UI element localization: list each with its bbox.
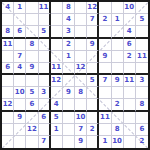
sudoku-board: 4111812104721586534118296719211649111212… — [0, 0, 150, 150]
cell-r4c10[interactable] — [112, 39, 124, 51]
cell-r1c9[interactable] — [99, 2, 111, 14]
cell-r4c9[interactable] — [99, 39, 111, 51]
cell-r11c12[interactable]: 6 — [136, 124, 148, 136]
cell-r8c3[interactable]: 5 — [26, 87, 38, 99]
cell-r1c10[interactable] — [112, 2, 124, 14]
cell-r7c3[interactable] — [26, 75, 38, 87]
cell-r2c10[interactable]: 1 — [112, 14, 124, 26]
cell-r5c9[interactable]: 9 — [99, 51, 111, 63]
cell-r9c5[interactable]: 4 — [51, 99, 63, 111]
cell-r5c6[interactable]: 1 — [63, 51, 75, 63]
cell-r3c5[interactable] — [51, 26, 63, 38]
cell-r4c3[interactable]: 8 — [26, 39, 38, 51]
cell-r7c2[interactable] — [14, 75, 26, 87]
cell-r11c3[interactable]: 12 — [26, 124, 38, 136]
cell-r5c11[interactable]: 2 — [124, 51, 136, 63]
cell-r1c4[interactable]: 11 — [39, 2, 51, 14]
cell-r11c5[interactable]: 1 — [51, 124, 63, 136]
cell-r6c10[interactable] — [112, 63, 124, 75]
cell-r8c2[interactable]: 10 — [14, 87, 26, 99]
cell-r12c5[interactable] — [51, 136, 63, 148]
cell-r3c3[interactable] — [26, 26, 38, 38]
cell-r9c10[interactable]: 2 — [112, 99, 124, 111]
cell-r6c2[interactable]: 4 — [14, 63, 26, 75]
cell-r12c2[interactable] — [14, 136, 26, 148]
cell-r11c2[interactable] — [14, 124, 26, 136]
cell-r12c11[interactable] — [124, 136, 136, 148]
cell-r1c3[interactable] — [26, 2, 38, 14]
cell-r8c9[interactable] — [99, 87, 111, 99]
cell-r6c4[interactable] — [39, 63, 51, 75]
cell-r6c6[interactable] — [63, 63, 75, 75]
cell-r1c12[interactable] — [136, 2, 148, 14]
cell-r9c4[interactable] — [39, 99, 51, 111]
cell-r5c8[interactable] — [87, 51, 99, 63]
cell-r4c2[interactable] — [14, 39, 26, 51]
cell-r11c1[interactable] — [2, 124, 14, 136]
cell-r9c2[interactable] — [14, 99, 26, 111]
cell-r7c9[interactable]: 7 — [99, 75, 111, 87]
cell-r1c6[interactable]: 8 — [63, 2, 75, 14]
cell-r10c1[interactable] — [2, 112, 14, 124]
cell-r2c8[interactable]: 7 — [87, 14, 99, 26]
cell-r10c7[interactable]: 10 — [75, 112, 87, 124]
cell-r2c7[interactable] — [75, 14, 87, 26]
cell-r12c10[interactable]: 10 — [112, 136, 124, 148]
cell-r6c9[interactable] — [99, 63, 111, 75]
cell-r12c3[interactable] — [26, 136, 38, 148]
cell-r10c5[interactable]: 5 — [51, 112, 63, 124]
cell-r12c8[interactable] — [87, 136, 99, 148]
cell-r2c9[interactable]: 2 — [99, 14, 111, 26]
cell-r6c3[interactable]: 9 — [26, 63, 38, 75]
cell-r7c6[interactable] — [63, 75, 75, 87]
cell-r2c12[interactable]: 5 — [136, 14, 148, 26]
cell-r7c5[interactable]: 12 — [51, 75, 63, 87]
cell-r2c4[interactable] — [39, 14, 51, 26]
cell-r10c10[interactable] — [112, 112, 124, 124]
cell-r1c2[interactable]: 1 — [14, 2, 26, 14]
cell-r8c5[interactable] — [51, 87, 63, 99]
cell-r9c12[interactable]: 8 — [136, 99, 148, 111]
cell-r4c11[interactable]: 6 — [124, 39, 136, 51]
cell-r6c5[interactable]: 11 — [51, 63, 63, 75]
cell-r10c8[interactable] — [87, 112, 99, 124]
cell-r9c8[interactable] — [87, 99, 99, 111]
cell-r5c5[interactable] — [51, 51, 63, 63]
cell-r7c7[interactable] — [75, 75, 87, 87]
cell-r10c12[interactable] — [136, 112, 148, 124]
cell-r1c7[interactable] — [75, 2, 87, 14]
cell-r4c7[interactable] — [75, 39, 87, 51]
cell-r5c12[interactable]: 11 — [136, 51, 148, 63]
cell-r7c12[interactable]: 3 — [136, 75, 148, 87]
cell-r6c8[interactable] — [87, 63, 99, 75]
cell-r7c11[interactable]: 11 — [124, 75, 136, 87]
sudoku-grid: 4111812104721586534118296719211649111212… — [2, 2, 148, 148]
cell-r10c3[interactable] — [26, 112, 38, 124]
cell-r3c8[interactable] — [87, 26, 99, 38]
cell-r12c1[interactable] — [2, 136, 14, 148]
cell-r4c6[interactable]: 2 — [63, 39, 75, 51]
cell-r11c10[interactable]: 8 — [112, 124, 124, 136]
cell-r6c11[interactable] — [124, 63, 136, 75]
cell-r9c3[interactable]: 6 — [26, 99, 38, 111]
cell-r3c6[interactable]: 3 — [63, 26, 75, 38]
cell-r2c1[interactable] — [2, 14, 14, 26]
cell-r3c10[interactable] — [112, 26, 124, 38]
cell-r11c11[interactable] — [124, 124, 136, 136]
cell-r8c7[interactable]: 8 — [75, 87, 87, 99]
cell-r11c9[interactable] — [99, 124, 111, 136]
cell-r4c12[interactable] — [136, 39, 148, 51]
cell-r3c12[interactable] — [136, 26, 148, 38]
cell-r10c4[interactable]: 6 — [39, 112, 51, 124]
cell-r5c10[interactable] — [112, 51, 124, 63]
cell-r7c4[interactable] — [39, 75, 51, 87]
cell-r11c4[interactable] — [39, 124, 51, 136]
cell-r2c6[interactable]: 4 — [63, 14, 75, 26]
cell-r8c6[interactable]: 9 — [63, 87, 75, 99]
cell-r10c9[interactable]: 11 — [99, 112, 111, 124]
cell-r11c7[interactable]: 7 — [75, 124, 87, 136]
cell-r8c11[interactable] — [124, 87, 136, 99]
cell-r8c1[interactable] — [2, 87, 14, 99]
cell-r6c7[interactable]: 12 — [75, 63, 87, 75]
cell-r5c2[interactable]: 7 — [14, 51, 26, 63]
cell-r9c1[interactable]: 12 — [2, 99, 14, 111]
cell-r8c4[interactable]: 3 — [39, 87, 51, 99]
cell-r4c4[interactable] — [39, 39, 51, 51]
cell-r10c6[interactable] — [63, 112, 75, 124]
cell-r12c6[interactable] — [63, 136, 75, 148]
cell-r3c7[interactable] — [75, 26, 87, 38]
cell-r7c8[interactable]: 5 — [87, 75, 99, 87]
cell-r5c1[interactable] — [2, 51, 14, 63]
cell-r10c2[interactable]: 9 — [14, 112, 26, 124]
cell-r8c12[interactable] — [136, 87, 148, 99]
cell-r12c7[interactable]: 9 — [75, 136, 87, 148]
cell-r10c11[interactable] — [124, 112, 136, 124]
cell-r9c11[interactable] — [124, 99, 136, 111]
cell-r8c8[interactable] — [87, 87, 99, 99]
cell-r12c4[interactable]: 7 — [39, 136, 51, 148]
cell-r1c11[interactable]: 10 — [124, 2, 136, 14]
cell-r3c9[interactable] — [99, 26, 111, 38]
cell-r9c6[interactable] — [63, 99, 75, 111]
cell-r1c5[interactable] — [51, 2, 63, 14]
cell-r9c7[interactable] — [75, 99, 87, 111]
cell-r3c11[interactable]: 4 — [124, 26, 136, 38]
cell-r4c8[interactable]: 9 — [87, 39, 99, 51]
cell-r2c3[interactable] — [26, 14, 38, 26]
cell-r3c1[interactable]: 8 — [2, 26, 14, 38]
cell-r2c5[interactable] — [51, 14, 63, 26]
cell-r11c8[interactable]: 2 — [87, 124, 99, 136]
cell-r6c1[interactable]: 6 — [2, 63, 14, 75]
cell-r9c9[interactable] — [99, 99, 111, 111]
cell-r3c2[interactable]: 6 — [14, 26, 26, 38]
cell-r5c7[interactable] — [75, 51, 87, 63]
cell-r2c2[interactable] — [14, 14, 26, 26]
cell-r6c12[interactable] — [136, 63, 148, 75]
cell-r12c12[interactable]: 2 — [136, 136, 148, 148]
cell-r12c9[interactable]: 1 — [99, 136, 111, 148]
cell-r1c1[interactable]: 4 — [2, 2, 14, 14]
cell-r11c6[interactable] — [63, 124, 75, 136]
cell-r1c8[interactable]: 12 — [87, 2, 99, 14]
cell-r7c1[interactable] — [2, 75, 14, 87]
cell-r3c4[interactable]: 5 — [39, 26, 51, 38]
cell-r4c5[interactable] — [51, 39, 63, 51]
cell-r5c3[interactable] — [26, 51, 38, 63]
cell-r8c10[interactable] — [112, 87, 124, 99]
cell-r4c1[interactable]: 11 — [2, 39, 14, 51]
cell-r7c10[interactable]: 9 — [112, 75, 124, 87]
cell-r2c11[interactable] — [124, 14, 136, 26]
cell-r5c4[interactable] — [39, 51, 51, 63]
